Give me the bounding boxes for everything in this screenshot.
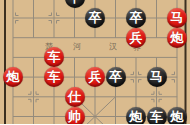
piece-black-horse[interactable]: 马 xyxy=(147,67,167,87)
river-label-char: 河 xyxy=(73,43,81,51)
piece-black-soldier-b[interactable]: 卒 xyxy=(85,8,105,28)
piece-red-cannon-b[interactable]: 炮 xyxy=(3,67,23,87)
piece-black-soldier-c[interactable]: 卒 xyxy=(126,8,146,28)
piece-red-cannon-a[interactable]: 炮 xyxy=(167,28,187,48)
piece-red-horse[interactable]: 马 xyxy=(167,8,187,28)
piece-red-soldier-a[interactable]: 兵 xyxy=(126,28,146,48)
piece-black-soldier-d[interactable]: 卒 xyxy=(106,67,126,87)
piece-black-chariot[interactable]: 车 xyxy=(147,107,167,125)
piece-black-cannon-b[interactable]: 炮 xyxy=(167,107,187,125)
piece-red-chariot-b[interactable]: 车 xyxy=(44,67,64,87)
piece-black-cannon-a[interactable]: 炮 xyxy=(126,107,146,125)
piece-red-soldier-b[interactable]: 兵 xyxy=(85,67,105,87)
piece-red-king[interactable]: 帅 xyxy=(65,107,85,125)
xiangqi-board[interactable]: 楚河汉界马兵炮车炮车兵仕帅卒卒卒卒马炮车炮 xyxy=(0,0,190,124)
river-label-char: 汉 xyxy=(109,43,117,51)
piece-red-advisor[interactable]: 仕 xyxy=(65,87,85,107)
